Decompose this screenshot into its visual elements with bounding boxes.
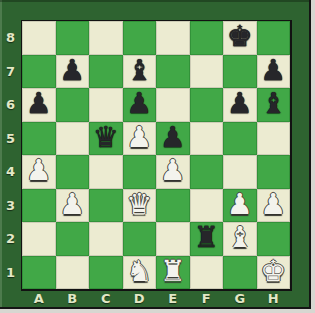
square-d7[interactable]: ♝ — [123, 55, 157, 89]
square-e7[interactable] — [156, 55, 190, 89]
square-h8[interactable] — [257, 21, 291, 55]
square-c3[interactable] — [89, 189, 123, 223]
black-pawn-d6[interactable]: ♟ — [126, 89, 152, 118]
file-label-a: A — [22, 292, 56, 306]
white-rook-e1[interactable]: ♜ — [160, 257, 186, 286]
square-b5[interactable] — [56, 122, 90, 156]
black-rook-f2[interactable]: ♜ — [193, 223, 219, 252]
square-b1[interactable] — [56, 256, 90, 290]
square-c8[interactable] — [89, 21, 123, 55]
square-c4[interactable] — [89, 155, 123, 189]
square-d4[interactable] — [123, 155, 157, 189]
black-queen-c5[interactable]: ♛ — [93, 123, 119, 152]
rank-label-8: 8 — [0, 21, 21, 55]
white-queen-d3[interactable]: ♛ — [126, 190, 152, 219]
square-g8[interactable]: ♚ — [223, 21, 257, 55]
rank-label-4: 4 — [0, 155, 21, 189]
file-label-f: F — [190, 292, 224, 306]
black-pawn-h7[interactable]: ♟ — [260, 56, 286, 85]
rank-label-5: 5 — [0, 122, 21, 156]
square-f5[interactable] — [190, 122, 224, 156]
square-g4[interactable] — [223, 155, 257, 189]
file-label-d: D — [123, 292, 157, 306]
board-frame: 87654321 ♚♟♝♟♟♟♟♝♛♟♟♟♟♟♛♟♟♜♝♞♜♚ ABCDEFGH — [0, 0, 311, 309]
square-h1[interactable]: ♚ — [257, 256, 291, 290]
square-b8[interactable] — [56, 21, 90, 55]
file-label-g: G — [223, 292, 257, 306]
square-a1[interactable] — [22, 256, 56, 290]
white-pawn-g3[interactable]: ♟ — [227, 190, 253, 219]
chess-board: ♚♟♝♟♟♟♟♝♛♟♟♟♟♟♛♟♟♜♝♞♜♚ — [21, 20, 292, 291]
square-b2[interactable] — [56, 222, 90, 256]
square-e6[interactable] — [156, 88, 190, 122]
square-c6[interactable] — [89, 88, 123, 122]
square-b7[interactable]: ♟ — [56, 55, 90, 89]
rank-label-2: 2 — [0, 222, 21, 256]
square-a8[interactable] — [22, 21, 56, 55]
white-pawn-b3[interactable]: ♟ — [59, 190, 85, 219]
file-label-c: C — [89, 292, 123, 306]
white-pawn-d5[interactable]: ♟ — [126, 123, 152, 152]
square-a3[interactable] — [22, 189, 56, 223]
black-bishop-d7[interactable]: ♝ — [126, 56, 152, 85]
square-b6[interactable] — [56, 88, 90, 122]
square-g5[interactable] — [223, 122, 257, 156]
square-f4[interactable] — [190, 155, 224, 189]
black-pawn-g6[interactable]: ♟ — [227, 89, 253, 118]
square-a5[interactable] — [22, 122, 56, 156]
square-c1[interactable] — [89, 256, 123, 290]
square-e2[interactable] — [156, 222, 190, 256]
square-g3[interactable]: ♟ — [223, 189, 257, 223]
file-label-e: E — [156, 292, 190, 306]
black-pawn-b7[interactable]: ♟ — [59, 56, 85, 85]
square-h4[interactable] — [257, 155, 291, 189]
square-d3[interactable]: ♛ — [123, 189, 157, 223]
square-a7[interactable] — [22, 55, 56, 89]
square-g6[interactable]: ♟ — [223, 88, 257, 122]
square-b3[interactable]: ♟ — [56, 189, 90, 223]
square-h6[interactable]: ♝ — [257, 88, 291, 122]
square-f2[interactable]: ♜ — [190, 222, 224, 256]
square-f7[interactable] — [190, 55, 224, 89]
square-e3[interactable] — [156, 189, 190, 223]
square-e8[interactable] — [156, 21, 190, 55]
square-h7[interactable]: ♟ — [257, 55, 291, 89]
square-c5[interactable]: ♛ — [89, 122, 123, 156]
square-d5[interactable]: ♟ — [123, 122, 157, 156]
file-label-h: H — [257, 292, 291, 306]
black-pawn-a6[interactable]: ♟ — [26, 89, 52, 118]
black-pawn-e5[interactable]: ♟ — [160, 123, 186, 152]
square-f6[interactable] — [190, 88, 224, 122]
square-g1[interactable] — [223, 256, 257, 290]
square-h5[interactable] — [257, 122, 291, 156]
white-pawn-a4[interactable]: ♟ — [26, 156, 52, 185]
square-a6[interactable]: ♟ — [22, 88, 56, 122]
square-a4[interactable]: ♟ — [22, 155, 56, 189]
square-b4[interactable] — [56, 155, 90, 189]
black-king-g8[interactable]: ♚ — [227, 22, 253, 51]
square-h3[interactable]: ♟ — [257, 189, 291, 223]
white-king-h1[interactable]: ♚ — [260, 257, 286, 286]
white-knight-d1[interactable]: ♞ — [126, 257, 152, 286]
rank-label-1: 1 — [0, 256, 21, 290]
square-f8[interactable] — [190, 21, 224, 55]
chess-diagram: 87654321 ♚♟♝♟♟♟♟♝♛♟♟♟♟♟♛♟♟♜♝♞♜♚ ABCDEFGH — [0, 0, 315, 313]
square-e5[interactable]: ♟ — [156, 122, 190, 156]
square-d1[interactable]: ♞ — [123, 256, 157, 290]
square-d6[interactable]: ♟ — [123, 88, 157, 122]
file-labels: ABCDEFGH — [22, 292, 290, 306]
square-d2[interactable] — [123, 222, 157, 256]
white-pawn-h3[interactable]: ♟ — [260, 190, 286, 219]
file-label-b: B — [56, 292, 90, 306]
rank-label-3: 3 — [0, 189, 21, 223]
square-g2[interactable]: ♝ — [223, 222, 257, 256]
rank-labels: 87654321 — [0, 21, 21, 289]
square-e4[interactable]: ♟ — [156, 155, 190, 189]
square-c7[interactable] — [89, 55, 123, 89]
rank-label-7: 7 — [0, 55, 21, 89]
square-g7[interactable] — [223, 55, 257, 89]
square-e1[interactable]: ♜ — [156, 256, 190, 290]
white-pawn-e4[interactable]: ♟ — [160, 156, 186, 185]
rank-label-6: 6 — [0, 88, 21, 122]
square-f3[interactable] — [190, 189, 224, 223]
square-d8[interactable] — [123, 21, 157, 55]
square-a2[interactable] — [22, 222, 56, 256]
square-c2[interactable] — [89, 222, 123, 256]
square-h2[interactable] — [257, 222, 291, 256]
square-f1[interactable] — [190, 256, 224, 290]
black-bishop-h6[interactable]: ♝ — [260, 89, 286, 118]
white-bishop-g2[interactable]: ♝ — [227, 223, 253, 252]
